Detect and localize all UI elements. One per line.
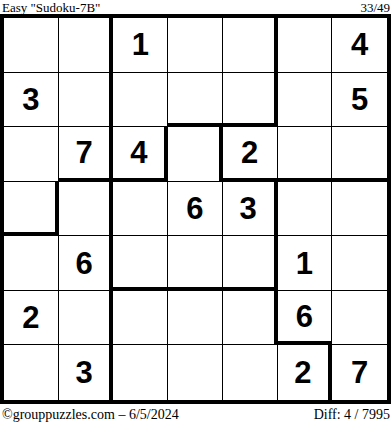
cell-r5c4[interactable] [168, 236, 223, 291]
cell-r3c3[interactable]: 4 [113, 127, 168, 182]
cell-r2c6[interactable] [278, 73, 333, 128]
cell-r4c6[interactable] [278, 182, 333, 237]
cell-r2c5[interactable] [223, 73, 278, 128]
cell-r7c2[interactable]: 3 [59, 345, 114, 400]
cell-r4c5[interactable]: 3 [223, 182, 278, 237]
cell-r6c2[interactable] [59, 291, 114, 346]
cell-r4c3[interactable] [113, 182, 168, 237]
cell-r6c4[interactable] [168, 291, 223, 346]
cell-r1c5[interactable] [223, 18, 278, 73]
sudoku-grid: 1435742636126327 [0, 14, 391, 404]
cell-r1c4[interactable] [168, 18, 223, 73]
cell-r7c7[interactable]: 7 [332, 345, 387, 400]
cell-r6c1[interactable]: 2 [4, 291, 59, 346]
cell-r5c5[interactable] [223, 236, 278, 291]
cell-r7c5[interactable] [223, 345, 278, 400]
cell-r1c3[interactable]: 1 [113, 18, 168, 73]
cell-r3c5[interactable]: 2 [223, 127, 278, 182]
cell-r5c7[interactable] [332, 236, 387, 291]
difficulty-rating: Diff: 4 / 7995 [314, 407, 390, 423]
cell-r7c1[interactable] [4, 345, 59, 400]
cell-r6c5[interactable] [223, 291, 278, 346]
cell-r2c4[interactable] [168, 73, 223, 128]
cell-r5c6[interactable]: 1 [278, 236, 333, 291]
cell-r1c1[interactable] [4, 18, 59, 73]
cell-r5c3[interactable] [113, 236, 168, 291]
cell-r1c2[interactable] [59, 18, 114, 73]
cell-r2c1[interactable]: 3 [4, 73, 59, 128]
cell-r5c1[interactable] [4, 236, 59, 291]
cell-r2c3[interactable] [113, 73, 168, 128]
cell-r6c6[interactable]: 6 [278, 291, 333, 346]
cell-r2c2[interactable] [59, 73, 114, 128]
cell-r4c7[interactable] [332, 182, 387, 237]
cell-r3c4[interactable] [168, 127, 223, 182]
cell-r1c7[interactable]: 4 [332, 18, 387, 73]
cell-r4c2[interactable] [59, 182, 114, 237]
cell-r7c4[interactable] [168, 345, 223, 400]
cell-r1c6[interactable] [278, 18, 333, 73]
cell-r6c7[interactable] [332, 291, 387, 346]
cell-r4c4[interactable]: 6 [168, 182, 223, 237]
cell-r7c6[interactable]: 2 [278, 345, 333, 400]
cell-r5c2[interactable]: 6 [59, 236, 114, 291]
cell-r4c1[interactable] [4, 182, 59, 237]
cell-r2c7[interactable]: 5 [332, 73, 387, 128]
copyright-date: ©grouppuzzles.com – 6/5/2024 [2, 407, 179, 423]
cell-r3c6[interactable] [278, 127, 333, 182]
cell-r3c2[interactable]: 7 [59, 127, 114, 182]
cell-r7c3[interactable] [113, 345, 168, 400]
cell-r3c1[interactable] [4, 127, 59, 182]
cell-r6c3[interactable] [113, 291, 168, 346]
cell-r3c7[interactable] [332, 127, 387, 182]
